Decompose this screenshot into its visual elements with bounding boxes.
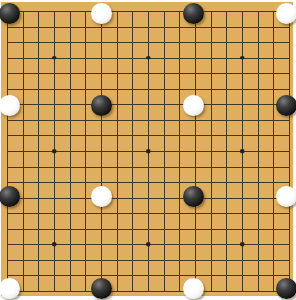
black-stone-G1	[91, 278, 112, 299]
black-stone-T13	[276, 95, 296, 116]
black-stone-A7	[0, 186, 20, 207]
black-stone-N7	[183, 186, 204, 207]
black-stone-A19	[0, 3, 20, 24]
white-stone-N13	[183, 95, 204, 116]
black-stone-T1	[276, 278, 296, 299]
white-stone-A1	[0, 278, 20, 299]
go-board-diagram	[0, 0, 296, 300]
white-stone-N1	[183, 278, 204, 299]
white-stone-T19	[276, 3, 296, 24]
black-stone-N19	[183, 3, 204, 24]
stones-grid	[0, 3, 296, 299]
white-stone-A13	[0, 95, 20, 116]
white-stone-G19	[91, 3, 112, 24]
white-stone-G7	[91, 186, 112, 207]
white-stone-T7	[276, 186, 296, 207]
black-stone-G13	[91, 95, 112, 116]
